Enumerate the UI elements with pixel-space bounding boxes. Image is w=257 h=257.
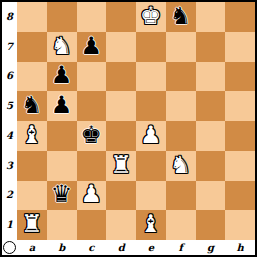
square-b8[interactable]: [47, 2, 77, 32]
square-c6[interactable]: [77, 62, 107, 92]
square-a3[interactable]: [17, 151, 47, 181]
square-e8[interactable]: ♚: [136, 2, 166, 32]
square-a8[interactable]: [17, 2, 47, 32]
square-e2[interactable]: [136, 181, 166, 211]
turn-indicator-area: [2, 240, 17, 255]
square-c3[interactable]: [77, 151, 107, 181]
square-g8[interactable]: [196, 2, 226, 32]
square-e1[interactable]: ♝: [136, 210, 166, 240]
white-bishop-a4[interactable]: ♝: [21, 123, 43, 147]
square-e3[interactable]: [136, 151, 166, 181]
square-f6[interactable]: [166, 62, 196, 92]
rank-label-4: 4: [2, 121, 17, 151]
square-b1[interactable]: [47, 210, 77, 240]
square-g4[interactable]: [196, 121, 226, 151]
white-pawn-e4[interactable]: ♟: [140, 123, 162, 147]
square-c5[interactable]: [77, 91, 107, 121]
file-labels: abcdefgh: [17, 240, 255, 255]
white-knight-f3[interactable]: ♞: [170, 153, 192, 177]
rank-label-1: 1: [2, 210, 17, 240]
black-king-c4[interactable]: ♚: [81, 123, 103, 147]
square-h6[interactable]: [225, 62, 255, 92]
black-queen-b2[interactable]: ♛: [51, 182, 73, 206]
square-c1[interactable]: [77, 210, 107, 240]
square-d2[interactable]: [106, 181, 136, 211]
white-pawn-c2[interactable]: ♟: [81, 182, 103, 206]
square-e4[interactable]: ♟: [136, 121, 166, 151]
square-h5[interactable]: [225, 91, 255, 121]
file-label-d: d: [106, 240, 136, 255]
square-b2[interactable]: ♛: [47, 181, 77, 211]
square-b4[interactable]: [47, 121, 77, 151]
chess-diagram: 87654321 ♚♞♞♟♟♞♟♝♚♟♜♞♛♟♜♝ abcdefgh: [0, 0, 257, 257]
white-rook-d3[interactable]: ♜: [110, 153, 132, 177]
white-king-e8[interactable]: ♚: [140, 4, 162, 28]
square-a2[interactable]: [17, 181, 47, 211]
square-h1[interactable]: [225, 210, 255, 240]
square-e5[interactable]: [136, 91, 166, 121]
square-d8[interactable]: [106, 2, 136, 32]
white-knight-b7[interactable]: ♞: [51, 34, 73, 58]
rank-label-5: 5: [2, 91, 17, 121]
rank-labels: 87654321: [2, 2, 17, 240]
square-a7[interactable]: [17, 32, 47, 62]
file-label-c: c: [77, 240, 107, 255]
square-b6[interactable]: ♟: [47, 62, 77, 92]
white-bishop-e1[interactable]: ♝: [140, 212, 162, 236]
square-a4[interactable]: ♝: [17, 121, 47, 151]
square-g2[interactable]: [196, 181, 226, 211]
square-d1[interactable]: [106, 210, 136, 240]
square-c4[interactable]: ♚: [77, 121, 107, 151]
square-f7[interactable]: [166, 32, 196, 62]
square-b3[interactable]: [47, 151, 77, 181]
square-h4[interactable]: [225, 121, 255, 151]
black-pawn-b6[interactable]: ♟: [51, 63, 73, 87]
square-f4[interactable]: [166, 121, 196, 151]
square-g3[interactable]: [196, 151, 226, 181]
square-a6[interactable]: [17, 62, 47, 92]
black-knight-a5[interactable]: ♞: [21, 93, 43, 117]
square-h8[interactable]: [225, 2, 255, 32]
square-f8[interactable]: ♞: [166, 2, 196, 32]
square-f3[interactable]: ♞: [166, 151, 196, 181]
square-g6[interactable]: [196, 62, 226, 92]
rank-label-2: 2: [2, 181, 17, 211]
square-a1[interactable]: ♜: [17, 210, 47, 240]
file-label-f: f: [166, 240, 196, 255]
square-d5[interactable]: [106, 91, 136, 121]
chess-board[interactable]: ♚♞♞♟♟♞♟♝♚♟♜♞♛♟♜♝: [17, 2, 255, 240]
file-label-h: h: [225, 240, 255, 255]
square-h2[interactable]: [225, 181, 255, 211]
square-c8[interactable]: [77, 2, 107, 32]
square-f1[interactable]: [166, 210, 196, 240]
square-f5[interactable]: [166, 91, 196, 121]
file-label-a: a: [17, 240, 47, 255]
square-c2[interactable]: ♟: [77, 181, 107, 211]
file-label-e: e: [136, 240, 166, 255]
square-c7[interactable]: ♟: [77, 32, 107, 62]
square-b5[interactable]: ♟: [47, 91, 77, 121]
square-g7[interactable]: [196, 32, 226, 62]
black-pawn-b5[interactable]: ♟: [51, 93, 73, 117]
square-g5[interactable]: [196, 91, 226, 121]
rank-label-7: 7: [2, 32, 17, 62]
square-d4[interactable]: [106, 121, 136, 151]
square-d7[interactable]: [106, 32, 136, 62]
rank-label-6: 6: [2, 62, 17, 92]
square-g1[interactable]: [196, 210, 226, 240]
square-d3[interactable]: ♜: [106, 151, 136, 181]
black-pawn-c7[interactable]: ♟: [81, 34, 103, 58]
square-d6[interactable]: [106, 62, 136, 92]
square-a5[interactable]: ♞: [17, 91, 47, 121]
square-e7[interactable]: [136, 32, 166, 62]
rank-label-8: 8: [2, 2, 17, 32]
file-label-b: b: [47, 240, 77, 255]
black-knight-f8[interactable]: ♞: [170, 4, 192, 28]
square-b7[interactable]: ♞: [47, 32, 77, 62]
rank-label-3: 3: [2, 151, 17, 181]
square-h3[interactable]: [225, 151, 255, 181]
white-to-move-indicator: [3, 241, 16, 254]
file-label-g: g: [196, 240, 226, 255]
square-f2[interactable]: [166, 181, 196, 211]
white-rook-a1[interactable]: ♜: [21, 212, 43, 236]
square-h7[interactable]: [225, 32, 255, 62]
square-e6[interactable]: [136, 62, 166, 92]
